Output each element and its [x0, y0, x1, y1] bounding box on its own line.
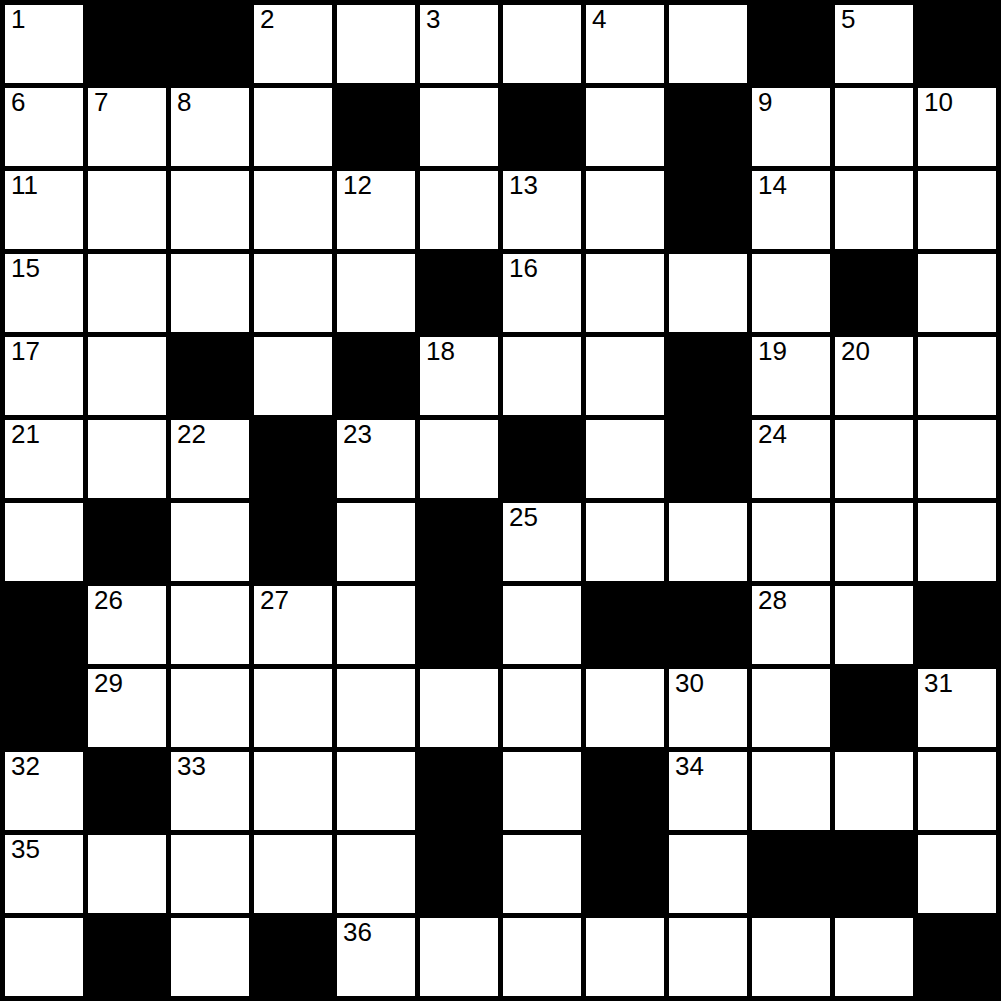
cell-r10c12[interactable] — [918, 752, 996, 830]
cell-r4c12[interactable] — [918, 254, 996, 332]
cell-r1c6[interactable]: 3 — [420, 5, 498, 83]
cell-r11c9[interactable] — [669, 835, 747, 913]
cell-r9c12[interactable]: 31 — [918, 669, 996, 747]
clue-number: 1 — [11, 5, 25, 35]
cell-r9c4[interactable] — [254, 669, 332, 747]
cell-r1c11[interactable]: 5 — [835, 5, 913, 83]
clue-number: 32 — [11, 752, 40, 782]
clue-number: 22 — [177, 420, 206, 450]
cell-r8c3[interactable] — [171, 586, 249, 664]
clue-number: 31 — [924, 669, 953, 699]
cell-r2c12[interactable]: 10 — [918, 88, 996, 166]
block-r8c12 — [918, 586, 996, 664]
block-r2c9 — [669, 88, 747, 166]
cell-r9c7[interactable] — [503, 669, 581, 747]
cell-r9c5[interactable] — [337, 669, 415, 747]
block-r1c2 — [88, 5, 166, 83]
cell-r3c1[interactable]: 11 — [5, 171, 83, 249]
clue-number: 7 — [94, 88, 108, 118]
cell-r10c4[interactable] — [254, 752, 332, 830]
cell-r3c6[interactable] — [420, 171, 498, 249]
cell-r5c1[interactable]: 17 — [5, 337, 83, 415]
cell-r7c9[interactable] — [669, 503, 747, 581]
clue-number: 16 — [509, 254, 538, 284]
cell-r12c11[interactable] — [835, 918, 913, 996]
cell-r9c6[interactable] — [420, 669, 498, 747]
clue-number: 23 — [343, 420, 372, 450]
cell-r8c5[interactable] — [337, 586, 415, 664]
cell-r10c5[interactable] — [337, 752, 415, 830]
clue-number: 20 — [841, 337, 870, 367]
cell-r2c6[interactable] — [420, 88, 498, 166]
cell-r7c3[interactable] — [171, 503, 249, 581]
cell-r1c9[interactable] — [669, 5, 747, 83]
cell-r4c9[interactable] — [669, 254, 747, 332]
block-r12c4 — [254, 918, 332, 996]
block-r12c2 — [88, 918, 166, 996]
cell-r2c1[interactable]: 6 — [5, 88, 83, 166]
cell-r11c3[interactable] — [171, 835, 249, 913]
cell-r7c12[interactable] — [918, 503, 996, 581]
cell-r9c2[interactable]: 29 — [88, 669, 166, 747]
clue-number: 10 — [924, 88, 953, 118]
clue-number: 6 — [11, 88, 25, 118]
clue-number: 29 — [94, 669, 123, 699]
clue-number: 25 — [509, 503, 538, 533]
cell-r5c8[interactable] — [586, 337, 664, 415]
cell-r3c12[interactable] — [918, 171, 996, 249]
block-r4c11 — [835, 254, 913, 332]
block-r11c10 — [752, 835, 830, 913]
clue-number: 15 — [11, 254, 40, 284]
cell-r10c11[interactable] — [835, 752, 913, 830]
clue-number: 13 — [509, 171, 538, 201]
cell-r3c7[interactable]: 13 — [503, 171, 581, 249]
cell-r5c12[interactable] — [918, 337, 996, 415]
cell-r3c8[interactable] — [586, 171, 664, 249]
cell-r7c7[interactable]: 25 — [503, 503, 581, 581]
cell-r11c7[interactable] — [503, 835, 581, 913]
block-r8c8 — [586, 586, 664, 664]
clue-number: 27 — [260, 586, 289, 616]
cell-r2c3[interactable]: 8 — [171, 88, 249, 166]
cell-r6c1[interactable]: 21 — [5, 420, 83, 498]
cell-r11c12[interactable] — [918, 835, 996, 913]
cell-r4c10[interactable] — [752, 254, 830, 332]
block-r9c11 — [835, 669, 913, 747]
clue-number: 12 — [343, 171, 372, 201]
cell-r12c8[interactable] — [586, 918, 664, 996]
clue-number: 21 — [11, 420, 40, 450]
cell-r6c5[interactable]: 23 — [337, 420, 415, 498]
cell-r10c10[interactable] — [752, 752, 830, 830]
cell-r12c6[interactable] — [420, 918, 498, 996]
block-r8c6 — [420, 586, 498, 664]
cell-r12c3[interactable] — [171, 918, 249, 996]
crossword-grid: 1234567891011121314151617181920212223242… — [0, 0, 1001, 1001]
cell-r1c4[interactable]: 2 — [254, 5, 332, 83]
block-r8c9 — [669, 586, 747, 664]
clue-number: 35 — [11, 835, 40, 865]
block-r2c5 — [337, 88, 415, 166]
block-r9c1 — [5, 669, 83, 747]
cell-r7c10[interactable] — [752, 503, 830, 581]
cell-r4c7[interactable]: 16 — [503, 254, 581, 332]
clue-number: 28 — [758, 586, 787, 616]
cell-r1c1[interactable]: 1 — [5, 5, 83, 83]
cell-r6c12[interactable] — [918, 420, 996, 498]
cell-r4c4[interactable] — [254, 254, 332, 332]
cell-r4c8[interactable] — [586, 254, 664, 332]
cell-r8c11[interactable] — [835, 586, 913, 664]
clue-number: 11 — [11, 171, 38, 201]
cell-r11c2[interactable] — [88, 835, 166, 913]
clue-number: 26 — [94, 586, 123, 616]
block-r5c9 — [669, 337, 747, 415]
cell-r6c8[interactable] — [586, 420, 664, 498]
cell-r10c3[interactable]: 33 — [171, 752, 249, 830]
cell-r2c11[interactable] — [835, 88, 913, 166]
cell-r1c5[interactable] — [337, 5, 415, 83]
cell-r11c1[interactable]: 35 — [5, 835, 83, 913]
cell-r11c5[interactable] — [337, 835, 415, 913]
block-r1c12 — [918, 5, 996, 83]
cell-r6c6[interactable] — [420, 420, 498, 498]
block-r6c4 — [254, 420, 332, 498]
clue-number: 18 — [426, 337, 455, 367]
cell-r5c6[interactable]: 18 — [420, 337, 498, 415]
block-r4c6 — [420, 254, 498, 332]
cell-r11c4[interactable] — [254, 835, 332, 913]
cell-r10c7[interactable] — [503, 752, 581, 830]
block-r10c6 — [420, 752, 498, 830]
cell-r9c9[interactable]: 30 — [669, 669, 747, 747]
cell-r2c10[interactable]: 9 — [752, 88, 830, 166]
block-r7c4 — [254, 503, 332, 581]
cell-r8c7[interactable] — [503, 586, 581, 664]
clue-number: 4 — [592, 5, 606, 35]
block-r7c2 — [88, 503, 166, 581]
cell-r12c7[interactable] — [503, 918, 581, 996]
block-r5c5 — [337, 337, 415, 415]
clue-number: 30 — [675, 669, 704, 699]
cell-r3c4[interactable] — [254, 171, 332, 249]
clue-number: 9 — [758, 88, 772, 118]
cell-r3c5[interactable]: 12 — [337, 171, 415, 249]
clue-number: 17 — [11, 337, 40, 367]
cell-r7c5[interactable] — [337, 503, 415, 581]
cell-r7c11[interactable] — [835, 503, 913, 581]
cell-r4c5[interactable] — [337, 254, 415, 332]
cell-r2c8[interactable] — [586, 88, 664, 166]
cell-r9c8[interactable] — [586, 669, 664, 747]
cell-r10c9[interactable]: 34 — [669, 752, 747, 830]
clue-number: 36 — [343, 918, 372, 948]
block-r11c8 — [586, 835, 664, 913]
cell-r9c3[interactable] — [171, 669, 249, 747]
block-r11c11 — [835, 835, 913, 913]
cell-r3c3[interactable] — [171, 171, 249, 249]
block-r11c6 — [420, 835, 498, 913]
clue-number: 2 — [260, 5, 274, 35]
cell-r9c10[interactable] — [752, 669, 830, 747]
block-r2c7 — [503, 88, 581, 166]
cell-r1c8[interactable]: 4 — [586, 5, 664, 83]
cell-r8c2[interactable]: 26 — [88, 586, 166, 664]
cell-r7c1[interactable] — [5, 503, 83, 581]
cell-r12c5[interactable]: 36 — [337, 918, 415, 996]
clue-number: 19 — [758, 337, 787, 367]
block-r1c10 — [752, 5, 830, 83]
cell-r12c1[interactable] — [5, 918, 83, 996]
cell-r5c10[interactable]: 19 — [752, 337, 830, 415]
cell-r1c7[interactable] — [503, 5, 581, 83]
clue-number: 3 — [426, 5, 440, 35]
block-r3c9 — [669, 171, 747, 249]
clue-number: 14 — [758, 171, 787, 201]
cell-r6c3[interactable]: 22 — [171, 420, 249, 498]
block-r8c1 — [5, 586, 83, 664]
cell-r7c8[interactable] — [586, 503, 664, 581]
clue-number: 8 — [177, 88, 191, 118]
block-r7c6 — [420, 503, 498, 581]
cell-r2c2[interactable]: 7 — [88, 88, 166, 166]
cell-r3c11[interactable] — [835, 171, 913, 249]
block-r10c8 — [586, 752, 664, 830]
block-r5c3 — [171, 337, 249, 415]
clue-number: 34 — [675, 752, 704, 782]
block-r1c3 — [171, 5, 249, 83]
cell-r4c1[interactable]: 15 — [5, 254, 83, 332]
cell-r3c10[interactable]: 14 — [752, 171, 830, 249]
cell-r4c3[interactable] — [171, 254, 249, 332]
block-r12c12 — [918, 918, 996, 996]
cell-r3c2[interactable] — [88, 171, 166, 249]
cell-r8c4[interactable]: 27 — [254, 586, 332, 664]
cell-r10c1[interactable]: 32 — [5, 752, 83, 830]
cell-r5c4[interactable] — [254, 337, 332, 415]
cell-r5c11[interactable]: 20 — [835, 337, 913, 415]
cell-r12c10[interactable] — [752, 918, 830, 996]
clue-number: 5 — [841, 5, 855, 35]
cell-r12c9[interactable] — [669, 918, 747, 996]
clue-number: 33 — [177, 752, 206, 782]
cell-r4c2[interactable] — [88, 254, 166, 332]
block-r6c7 — [503, 420, 581, 498]
cell-r6c11[interactable] — [835, 420, 913, 498]
clue-number: 24 — [758, 420, 787, 450]
block-r10c2 — [88, 752, 166, 830]
cell-r6c10[interactable]: 24 — [752, 420, 830, 498]
cell-r2c4[interactable] — [254, 88, 332, 166]
cell-r5c2[interactable] — [88, 337, 166, 415]
cell-r8c10[interactable]: 28 — [752, 586, 830, 664]
cell-r5c7[interactable] — [503, 337, 581, 415]
block-r6c9 — [669, 420, 747, 498]
cell-r6c2[interactable] — [88, 420, 166, 498]
